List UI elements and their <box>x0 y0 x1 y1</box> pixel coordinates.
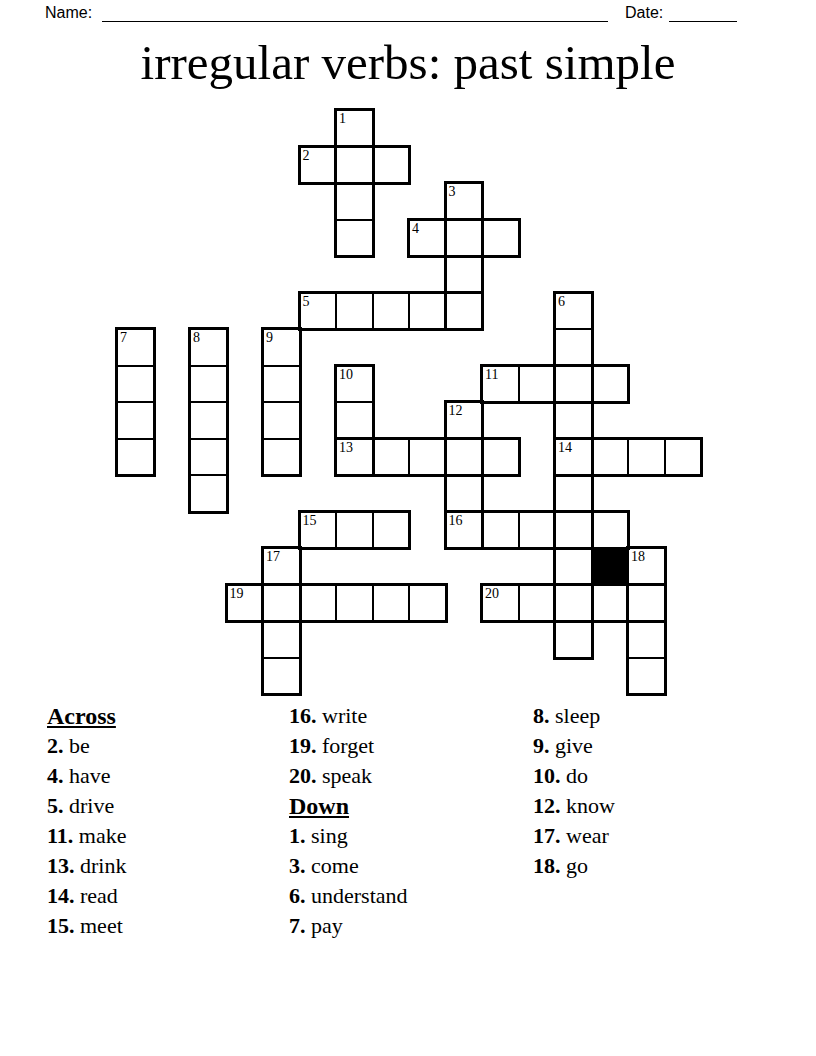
grid-number-17: 17 <box>266 550 280 564</box>
cell-r14-c12[interactable] <box>554 620 593 659</box>
cell-r8-c2[interactable] <box>189 401 228 440</box>
cell-r9-c15[interactable] <box>664 438 703 477</box>
cell-r7-c2[interactable] <box>189 365 228 404</box>
clue-number-label: 7. <box>289 913 306 938</box>
clue-item-2: 2. be <box>47 731 126 761</box>
grid-number-11: 11 <box>485 368 498 382</box>
grid-number-9: 9 <box>266 331 273 345</box>
clue-number-label: 1. <box>289 823 306 848</box>
grid-number-1: 1 <box>339 112 346 126</box>
cell-r3-c9[interactable] <box>445 219 484 258</box>
clue-number-label: 8. <box>533 703 550 728</box>
clue-text: drink <box>75 853 127 878</box>
black-cell-r12-c13 <box>591 547 630 586</box>
cell-r5-c6[interactable] <box>335 292 374 331</box>
clue-text: speak <box>317 763 373 788</box>
cell-r9-c4[interactable] <box>262 438 301 477</box>
clue-number-label: 20. <box>289 763 317 788</box>
grid-number-19: 19 <box>230 587 244 601</box>
clue-column-1: Across2. be4. have5. drive11. make13. dr… <box>47 701 126 941</box>
clue-text: forget <box>317 733 375 758</box>
clue-number-label: 16. <box>289 703 317 728</box>
cell-r11-c13[interactable] <box>591 511 630 550</box>
clue-item-18: 18. go <box>533 851 615 881</box>
clue-item-5: 5. drive <box>47 791 126 821</box>
cell-r8-c6[interactable] <box>335 401 374 440</box>
grid-number-18: 18 <box>631 550 645 564</box>
cell-r7-c4[interactable] <box>262 365 301 404</box>
clue-item-1: 1. sing <box>289 821 408 851</box>
cell-r7-c13[interactable] <box>591 365 630 404</box>
cell-r13-c11[interactable] <box>518 584 557 623</box>
cell-r1-c7[interactable] <box>372 146 411 185</box>
clue-number-label: 3. <box>289 853 306 878</box>
clue-number-label: 17. <box>533 823 561 848</box>
grid-number-6: 6 <box>558 295 565 309</box>
cell-r5-c8[interactable] <box>408 292 447 331</box>
cell-r11-c7[interactable] <box>372 511 411 550</box>
grid-number-7: 7 <box>120 331 127 345</box>
clue-item-15: 15. meet <box>47 911 126 941</box>
clue-text: understand <box>306 883 408 908</box>
cell-r5-c9[interactable] <box>445 292 484 331</box>
clue-number-label: 9. <box>533 733 550 758</box>
clue-text: go <box>561 853 589 878</box>
clue-text: read <box>75 883 118 908</box>
grid-number-4: 4 <box>412 222 419 236</box>
grid-number-13: 13 <box>339 441 353 455</box>
cell-r13-c8[interactable] <box>408 584 447 623</box>
clue-item-3: 3. come <box>289 851 408 881</box>
cell-r7-c11[interactable] <box>518 365 557 404</box>
grid-number-5: 5 <box>303 295 310 309</box>
cell-r11-c11[interactable] <box>518 511 557 550</box>
grid-number-16: 16 <box>449 514 463 528</box>
cell-r8-c4[interactable] <box>262 401 301 440</box>
grid-number-12: 12 <box>449 404 463 418</box>
cell-r8-c12[interactable] <box>554 401 593 440</box>
grid-number-10: 10 <box>339 368 353 382</box>
grid-number-8: 8 <box>193 331 200 345</box>
clue-number-label: 5. <box>47 793 64 818</box>
clues-across-header: Across <box>47 701 126 731</box>
clue-text: pay <box>306 913 343 938</box>
cell-r12-c12[interactable] <box>554 547 593 586</box>
clue-number-label: 10. <box>533 763 561 788</box>
clue-text: make <box>73 823 126 848</box>
clue-item-9: 9. give <box>533 731 615 761</box>
clue-number-label: 4. <box>47 763 64 788</box>
cell-r7-c12[interactable] <box>554 365 593 404</box>
clue-item-19: 19. forget <box>289 731 408 761</box>
cell-r13-c13[interactable] <box>591 584 630 623</box>
clue-item-11: 11. make <box>47 821 126 851</box>
grid-number-15: 15 <box>303 514 317 528</box>
cell-r9-c13[interactable] <box>591 438 630 477</box>
cell-r9-c0[interactable] <box>116 438 155 477</box>
grid-number-14: 14 <box>558 441 572 455</box>
cell-r3-c6[interactable] <box>335 219 374 258</box>
clue-column-2: 16. write19. forget20. speakDown1. sing3… <box>289 701 408 941</box>
clue-item-6: 6. understand <box>289 881 408 911</box>
clue-text: know <box>561 793 615 818</box>
clue-item-20: 20. speak <box>289 761 408 791</box>
cell-r5-c7[interactable] <box>372 292 411 331</box>
clue-item-14: 14. read <box>47 881 126 911</box>
clue-number-label: 6. <box>289 883 306 908</box>
clue-item-10: 10. do <box>533 761 615 791</box>
clue-item-7: 7. pay <box>289 911 408 941</box>
cell-r10-c9[interactable] <box>445 474 484 513</box>
cell-r11-c6[interactable] <box>335 511 374 550</box>
clue-text: sleep <box>550 703 601 728</box>
cell-r13-c12[interactable] <box>554 584 593 623</box>
clue-number-label: 2. <box>47 733 64 758</box>
clue-number-label: 13. <box>47 853 75 878</box>
clue-item-16: 16. write <box>289 701 408 731</box>
cell-r10-c12[interactable] <box>554 474 593 513</box>
cell-r4-c9[interactable] <box>445 255 484 294</box>
clue-text: come <box>306 853 359 878</box>
cell-r9-c7[interactable] <box>372 438 411 477</box>
clue-text: give <box>550 733 593 758</box>
clue-column-3: 8. sleep9. give10. do12. know17. wear18.… <box>533 701 615 881</box>
cell-r3-c10[interactable] <box>481 219 520 258</box>
cell-r11-c12[interactable] <box>554 511 593 550</box>
cell-r13-c4[interactable] <box>262 584 301 623</box>
clue-number-label: 18. <box>533 853 561 878</box>
clue-text: sing <box>306 823 348 848</box>
cell-r10-c2[interactable] <box>189 474 228 513</box>
clue-item-13: 13. drink <box>47 851 126 881</box>
cell-r9-c9[interactable] <box>445 438 484 477</box>
clue-number-label: 12. <box>533 793 561 818</box>
grid-number-3: 3 <box>449 185 456 199</box>
cell-r1-c6[interactable] <box>335 146 374 185</box>
cell-r2-c6[interactable] <box>335 182 374 221</box>
cell-r11-c10[interactable] <box>481 511 520 550</box>
cell-r15-c4[interactable] <box>262 657 301 696</box>
clue-text: write <box>317 703 368 728</box>
cell-r9-c2[interactable] <box>189 438 228 477</box>
clue-number-label: 11. <box>47 823 73 848</box>
clues-down-header: Down <box>289 791 408 821</box>
cell-r6-c12[interactable] <box>554 328 593 367</box>
clue-text: be <box>64 733 90 758</box>
worksheet-page: Name: Date: irregular verbs: past simple… <box>0 0 816 1056</box>
clue-number-label: 19. <box>289 733 317 758</box>
clue-item-8: 8. sleep <box>533 701 615 731</box>
cell-r15-c14[interactable] <box>627 657 666 696</box>
clue-text: wear <box>561 823 609 848</box>
clue-text: drive <box>64 793 115 818</box>
cell-r13-c6[interactable] <box>335 584 374 623</box>
clue-text: meet <box>75 913 123 938</box>
cell-r7-c0[interactable] <box>116 365 155 404</box>
clue-item-4: 4. have <box>47 761 126 791</box>
grid-number-2: 2 <box>303 149 310 163</box>
cell-r13-c7[interactable] <box>372 584 411 623</box>
clue-text: do <box>561 763 589 788</box>
cell-r9-c14[interactable] <box>627 438 666 477</box>
cell-r14-c14[interactable] <box>627 620 666 659</box>
clue-item-17: 17. wear <box>533 821 615 851</box>
cell-r9-c10[interactable] <box>481 438 520 477</box>
cell-r13-c5[interactable] <box>299 584 338 623</box>
cell-r9-c8[interactable] <box>408 438 447 477</box>
clue-item-12: 12. know <box>533 791 615 821</box>
grid-number-20: 20 <box>485 587 499 601</box>
clue-number-label: 14. <box>47 883 75 908</box>
clue-number-label: 15. <box>47 913 75 938</box>
cell-r8-c0[interactable] <box>116 401 155 440</box>
cell-r14-c4[interactable] <box>262 620 301 659</box>
clue-text: have <box>64 763 111 788</box>
cell-r13-c14[interactable] <box>627 584 666 623</box>
